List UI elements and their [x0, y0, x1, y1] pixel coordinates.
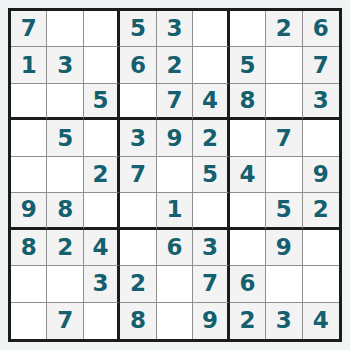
- cell-r7c7[interactable]: [230, 230, 266, 266]
- cell-r9c8: 3: [266, 303, 302, 339]
- cell-r3c5: 7: [157, 84, 193, 120]
- cell-r6c5: 1: [157, 193, 193, 229]
- cell-r5c9: 9: [303, 157, 339, 193]
- cell-r6c4[interactable]: [120, 193, 156, 229]
- cell-r7c6: 3: [193, 230, 229, 266]
- cell-r1c1: 7: [11, 11, 47, 47]
- cell-r6c7[interactable]: [230, 193, 266, 229]
- cell-r7c2: 2: [47, 230, 83, 266]
- cell-r8c4: 2: [120, 266, 156, 302]
- cell-r4c8: 7: [266, 120, 302, 156]
- cell-r1c9: 6: [303, 11, 339, 47]
- cell-r3c2[interactable]: [47, 84, 83, 120]
- cell-r2c7: 5: [230, 47, 266, 83]
- cell-r5c5[interactable]: [157, 157, 193, 193]
- cell-r5c7: 4: [230, 157, 266, 193]
- cell-r4c5: 9: [157, 120, 193, 156]
- cell-r1c7[interactable]: [230, 11, 266, 47]
- cell-r3c1[interactable]: [11, 84, 47, 120]
- cell-r2c5: 2: [157, 47, 193, 83]
- cell-r8c9[interactable]: [303, 266, 339, 302]
- cell-r5c2[interactable]: [47, 157, 83, 193]
- cell-r2c3[interactable]: [84, 47, 120, 83]
- cell-r2c1: 1: [11, 47, 47, 83]
- cell-r9c3[interactable]: [84, 303, 120, 339]
- cell-r8c1[interactable]: [11, 266, 47, 302]
- cell-r8c3: 3: [84, 266, 120, 302]
- cell-r4c6: 2: [193, 120, 229, 156]
- cell-r7c8: 9: [266, 230, 302, 266]
- cell-r9c1[interactable]: [11, 303, 47, 339]
- cell-r3c6: 4: [193, 84, 229, 120]
- cell-r8c2[interactable]: [47, 266, 83, 302]
- cell-r1c3[interactable]: [84, 11, 120, 47]
- cell-r3c4[interactable]: [120, 84, 156, 120]
- cell-r8c7: 6: [230, 266, 266, 302]
- cell-r5c3: 2: [84, 157, 120, 193]
- cell-r4c1[interactable]: [11, 120, 47, 156]
- cell-r6c1: 9: [11, 193, 47, 229]
- cell-r1c6[interactable]: [193, 11, 229, 47]
- cell-r3c3: 5: [84, 84, 120, 120]
- cell-r6c3[interactable]: [84, 193, 120, 229]
- cell-r5c4: 7: [120, 157, 156, 193]
- cell-r1c4: 5: [120, 11, 156, 47]
- cell-r7c3: 4: [84, 230, 120, 266]
- cell-r1c5: 3: [157, 11, 193, 47]
- cell-r7c5: 6: [157, 230, 193, 266]
- cell-r2c2: 3: [47, 47, 83, 83]
- cell-r9c7: 2: [230, 303, 266, 339]
- cell-r2c4: 6: [120, 47, 156, 83]
- cell-r3c8[interactable]: [266, 84, 302, 120]
- cell-r8c8[interactable]: [266, 266, 302, 302]
- cell-r7c1: 8: [11, 230, 47, 266]
- cell-r3c9: 3: [303, 84, 339, 120]
- cell-r8c5[interactable]: [157, 266, 193, 302]
- cell-r8c6: 7: [193, 266, 229, 302]
- page: 7532613625757483539272754998152824639327…: [0, 0, 350, 350]
- cell-r2c6[interactable]: [193, 47, 229, 83]
- cell-r1c8: 2: [266, 11, 302, 47]
- cell-r7c9[interactable]: [303, 230, 339, 266]
- cell-r2c8[interactable]: [266, 47, 302, 83]
- cell-r9c6: 9: [193, 303, 229, 339]
- cell-r4c9[interactable]: [303, 120, 339, 156]
- cell-r2c9: 7: [303, 47, 339, 83]
- cell-r4c2: 5: [47, 120, 83, 156]
- cell-r9c9: 4: [303, 303, 339, 339]
- cell-r3c7: 8: [230, 84, 266, 120]
- cell-r6c8: 5: [266, 193, 302, 229]
- cell-r9c5[interactable]: [157, 303, 193, 339]
- cell-r4c4: 3: [120, 120, 156, 156]
- cell-r6c2: 8: [47, 193, 83, 229]
- sudoku-board: 7532613625757483539272754998152824639327…: [8, 8, 342, 342]
- cell-r6c6[interactable]: [193, 193, 229, 229]
- cell-r7c4[interactable]: [120, 230, 156, 266]
- cell-r6c9: 2: [303, 193, 339, 229]
- cell-r4c7[interactable]: [230, 120, 266, 156]
- cell-r1c2[interactable]: [47, 11, 83, 47]
- cell-r5c8[interactable]: [266, 157, 302, 193]
- cell-r4c3[interactable]: [84, 120, 120, 156]
- cell-r5c6: 5: [193, 157, 229, 193]
- cell-r9c2: 7: [47, 303, 83, 339]
- cell-r9c4: 8: [120, 303, 156, 339]
- cell-r5c1[interactable]: [11, 157, 47, 193]
